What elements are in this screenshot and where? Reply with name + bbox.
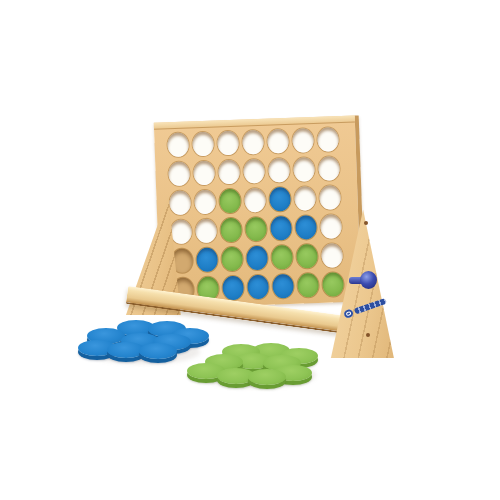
- empty-hole: [292, 128, 314, 153]
- board-cell-r1-c4: [240, 127, 266, 157]
- board-cell-r6-c4: [245, 272, 271, 302]
- board-cell-r4-c3: [218, 215, 244, 245]
- empty-hole: [320, 214, 342, 239]
- empty-hole: [317, 127, 339, 152]
- board-cell-r4-c4: [243, 214, 269, 244]
- board-cell-r2-c4: [241, 156, 267, 186]
- board-cell-r3-c2: [192, 186, 218, 216]
- green-disc: [297, 272, 319, 297]
- empty-hole: [167, 132, 189, 157]
- blue-disc: [246, 245, 268, 270]
- empty-hole: [294, 186, 316, 211]
- board-cell-r3-c5: [267, 184, 293, 214]
- board-cell-r1-c7: [315, 124, 341, 154]
- empty-hole: [217, 130, 239, 155]
- board-cell-r1-c5: [265, 126, 291, 156]
- empty-hole: [321, 243, 343, 268]
- board-cell-r3-c1: [167, 187, 193, 217]
- empty-hole: [170, 219, 192, 244]
- board-cell-r4-c6: [293, 212, 319, 242]
- green-disc: [221, 246, 243, 271]
- brand-logo-emblem: [343, 308, 354, 318]
- blue-disc: [272, 273, 294, 298]
- green-disc: [245, 216, 267, 241]
- board-cell-r3-c6: [292, 183, 318, 213]
- empty-hole: [318, 156, 340, 181]
- stand-peg-hole-top: [364, 221, 368, 225]
- green-floor-disc: [248, 369, 286, 385]
- board-cell-r2-c7: [316, 153, 342, 183]
- board-cell-r5-c6: [294, 241, 320, 271]
- board-cell-r1-c2: [190, 129, 216, 159]
- board-cell-r5-c7: [319, 240, 345, 270]
- board-grid: [165, 124, 346, 304]
- empty-hole: [243, 158, 265, 183]
- board-cell-r2-c6: [291, 154, 317, 184]
- board-cell-r2-c5: [266, 155, 292, 185]
- green-disc: [296, 244, 318, 269]
- blue-disc: [247, 274, 269, 299]
- board-cell-r6-c3: [220, 273, 246, 303]
- wooden-connect-four-scene: [0, 0, 500, 500]
- blue-floor-disc: [139, 343, 177, 359]
- board-cell-r6-c7: [320, 269, 346, 299]
- board-cell-r6-c6: [295, 270, 321, 300]
- stand-peg-hole-bottom: [366, 333, 370, 337]
- board-cell-r5-c5: [269, 242, 295, 272]
- green-disc: [271, 244, 293, 269]
- blue-knob-icon: [360, 271, 377, 289]
- board-cell-r5-c2: [194, 244, 220, 274]
- connect-four-board: [154, 115, 365, 308]
- blue-disc: [222, 275, 244, 300]
- board-cell-r3-c4: [242, 185, 268, 215]
- blue-disc: [295, 215, 317, 240]
- green-disc: [219, 188, 241, 213]
- empty-hole: [193, 160, 215, 185]
- blue-disc: [270, 215, 292, 240]
- board-cell-r3-c7: [317, 182, 343, 212]
- empty-hole: [194, 189, 216, 214]
- board-cell-r4-c5: [268, 213, 294, 243]
- green-disc: [322, 272, 344, 297]
- board-cell-r5-c3: [219, 244, 245, 274]
- board-cell-r1-c1: [165, 129, 191, 159]
- board-cell-r5-c4: [244, 243, 270, 273]
- empty-hole: [268, 157, 290, 182]
- green-disc: [220, 217, 242, 242]
- empty-hole: [168, 161, 190, 186]
- board-cell-r2-c2: [191, 157, 217, 187]
- empty-hole: [218, 159, 240, 184]
- empty-hole: [244, 187, 266, 212]
- board-cell-r3-c3: [217, 186, 243, 216]
- empty-hole: [293, 157, 315, 182]
- empty-hole: [242, 129, 264, 154]
- empty-hole: [267, 128, 289, 153]
- board-cell-r2-c1: [166, 158, 192, 188]
- empty-hole: [169, 190, 191, 215]
- empty-hole: [195, 218, 217, 243]
- empty-hole: [192, 131, 214, 156]
- empty-hole: [319, 185, 341, 210]
- board-cell-r4-c2: [193, 215, 219, 245]
- board-cell-r2-c3: [216, 157, 242, 187]
- blue-disc: [196, 247, 218, 272]
- board-cell-r4-c7: [318, 211, 344, 241]
- board-cell-r1-c3: [215, 128, 241, 158]
- board-cell-r1-c6: [290, 125, 316, 155]
- board-cell-r6-c5: [270, 271, 296, 301]
- blue-disc: [269, 186, 291, 211]
